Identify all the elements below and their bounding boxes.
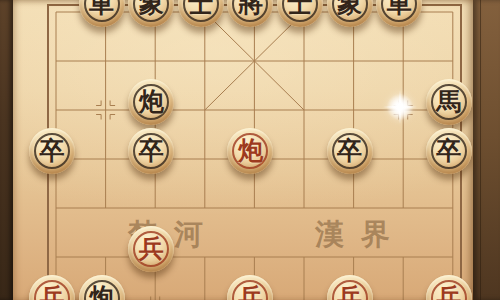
piece-glyph: 士: [188, 0, 213, 20]
xiangqi-board[interactable]: 楚河 漢界 車象士將士象車炮馬卒卒炮卒卒兵兵炮兵兵兵: [13, 0, 474, 300]
piece-glyph: 卒: [139, 134, 164, 167]
piece-glyph: 兵: [40, 281, 65, 300]
piece-glyph: 兵: [436, 281, 461, 300]
piece-glyph: 兵: [139, 232, 164, 265]
piece-glyph: 兵: [238, 281, 263, 300]
piece-red-兵[interactable]: 兵: [128, 226, 174, 272]
piece-black-卒[interactable]: 卒: [128, 128, 174, 174]
piece-glyph: 士: [288, 0, 313, 20]
piece-glyph: 炮: [139, 85, 164, 118]
piece-black-卒[interactable]: 卒: [29, 128, 75, 174]
piece-glyph: 卒: [436, 134, 461, 167]
table-wood-right-edge: [473, 0, 500, 300]
piece-glyph: 炮: [238, 134, 263, 167]
table-wood-left-edge: [0, 0, 13, 300]
piece-black-卒[interactable]: 卒: [327, 128, 373, 174]
piece-glyph: 兵: [337, 281, 362, 300]
piece-glyph: 將: [238, 0, 263, 20]
piece-glyph: 馬: [436, 85, 461, 118]
piece-glyph: 卒: [337, 134, 362, 167]
piece-black-炮[interactable]: 炮: [128, 79, 174, 125]
xiangqi-app-screenshot: 楚河 漢界 車象士將士象車炮馬卒卒炮卒卒兵兵炮兵兵兵: [0, 0, 500, 300]
piece-glyph: 象: [139, 0, 164, 20]
piece-glyph: 車: [89, 0, 114, 20]
piece-glyph: 炮: [89, 281, 114, 300]
piece-glyph: 車: [387, 0, 412, 20]
piece-black-卒[interactable]: 卒: [426, 128, 472, 174]
piece-glyph: 象: [337, 0, 362, 20]
piece-black-馬[interactable]: 馬: [426, 79, 472, 125]
piece-glyph: 卒: [40, 134, 65, 167]
